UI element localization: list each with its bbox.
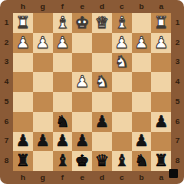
square-b6[interactable] (132, 112, 152, 132)
square-g8[interactable] (33, 151, 53, 171)
square-c1[interactable]: ♝ (112, 13, 132, 33)
square-h4[interactable] (13, 72, 33, 92)
piece-white-pawn[interactable]: ♟ (16, 34, 30, 50)
piece-black-rook[interactable]: ♜ (154, 153, 168, 169)
file-label-b: b (132, 0, 152, 13)
square-e4[interactable]: ♟ (72, 72, 92, 92)
file-label-e: e (72, 0, 92, 13)
square-f5[interactable] (53, 92, 73, 112)
piece-white-bishop[interactable]: ♝ (114, 14, 128, 30)
square-g4[interactable] (33, 72, 53, 92)
piece-white-bishop[interactable]: ♝ (55, 14, 69, 30)
piece-white-pawn[interactable]: ♟ (75, 74, 89, 90)
file-label-b: b (132, 171, 152, 184)
square-e2[interactable] (72, 33, 92, 53)
rank-label-5: 5 (0, 92, 13, 112)
rank-label-6: 6 (171, 112, 184, 132)
square-f3[interactable] (53, 53, 73, 73)
square-e6[interactable] (72, 112, 92, 132)
rank-label-3: 3 (171, 53, 184, 73)
rank-label-7: 7 (0, 132, 13, 152)
square-e1[interactable]: ♚ (72, 13, 92, 33)
square-a2[interactable]: ♟ (151, 33, 171, 53)
turn-indicator (169, 169, 178, 178)
file-label-h: h (13, 0, 33, 13)
square-f2[interactable]: ♟ (53, 33, 73, 53)
square-h8[interactable]: ♜ (13, 151, 33, 171)
files-bottom: hgfedcba (13, 171, 171, 184)
square-b8[interactable]: ♞ (132, 151, 152, 171)
rank-label-7: 7 (171, 132, 184, 152)
square-c3[interactable]: ♞ (112, 53, 132, 73)
square-b5[interactable] (132, 92, 152, 112)
square-f1[interactable]: ♝ (53, 13, 73, 33)
square-a7[interactable] (151, 132, 171, 152)
square-b1[interactable] (132, 13, 152, 33)
square-a4[interactable] (151, 72, 171, 92)
piece-black-queen[interactable]: ♛ (95, 153, 109, 169)
square-b7[interactable]: ♟ (132, 132, 152, 152)
square-c8[interactable]: ♝ (112, 151, 132, 171)
square-e8[interactable]: ♚ (72, 151, 92, 171)
piece-black-pawn[interactable]: ♟ (16, 133, 30, 149)
square-g2[interactable]: ♟ (33, 33, 53, 53)
piece-white-queen[interactable]: ♛ (95, 14, 109, 30)
piece-white-rook[interactable]: ♜ (154, 14, 168, 30)
file-label-d: d (92, 171, 112, 184)
square-g3[interactable] (33, 53, 53, 73)
rank-label-5: 5 (171, 92, 184, 112)
square-a8[interactable]: ♜ (151, 151, 171, 171)
piece-black-knight[interactable]: ♞ (55, 113, 69, 129)
file-label-d: d (92, 0, 112, 13)
rank-label-2: 2 (171, 33, 184, 53)
square-d8[interactable]: ♛ (92, 151, 112, 171)
file-label-c: c (112, 0, 132, 13)
square-g7[interactable]: ♟ (33, 132, 53, 152)
square-c2[interactable]: ♟ (112, 33, 132, 53)
square-g5[interactable] (33, 92, 53, 112)
piece-black-rook[interactable]: ♜ (16, 153, 30, 169)
square-d2[interactable] (92, 33, 112, 53)
rank-label-6: 6 (0, 112, 13, 132)
square-f6[interactable]: ♞ (53, 112, 73, 132)
piece-white-pawn[interactable]: ♟ (114, 34, 128, 50)
square-g1[interactable] (33, 13, 53, 33)
rank-label-4: 4 (0, 72, 13, 92)
square-f8[interactable]: ♝ (53, 151, 73, 171)
ranks-left: 12345678 (0, 13, 13, 171)
square-h3[interactable] (13, 53, 33, 73)
ranks-right: 12345678 (171, 13, 184, 171)
rank-label-8: 8 (0, 151, 13, 171)
square-c7[interactable] (112, 132, 132, 152)
piece-black-bishop[interactable]: ♝ (55, 153, 69, 169)
piece-black-pawn[interactable]: ♟ (35, 133, 49, 149)
square-a3[interactable] (151, 53, 171, 73)
piece-black-bishop[interactable]: ♝ (114, 153, 128, 169)
file-label-f: f (53, 0, 73, 13)
square-e3[interactable] (72, 53, 92, 73)
piece-white-knight[interactable]: ♞ (95, 74, 109, 90)
square-b3[interactable] (132, 53, 152, 73)
file-label-e: e (72, 171, 92, 184)
piece-white-rook[interactable]: ♜ (16, 14, 30, 30)
square-h5[interactable] (13, 92, 33, 112)
piece-white-pawn[interactable]: ♟ (55, 34, 69, 50)
piece-black-pawn[interactable]: ♟ (154, 113, 168, 129)
square-d6[interactable]: ♟ (92, 112, 112, 132)
rank-label-3: 3 (0, 53, 13, 73)
file-label-c: c (112, 171, 132, 184)
piece-white-pawn[interactable]: ♟ (154, 34, 168, 50)
square-d7[interactable] (92, 132, 112, 152)
piece-white-pawn[interactable]: ♟ (134, 34, 148, 50)
square-h2[interactable]: ♟ (13, 33, 33, 53)
piece-black-pawn[interactable]: ♟ (95, 113, 109, 129)
square-h7[interactable]: ♟ (13, 132, 33, 152)
square-c5[interactable] (112, 92, 132, 112)
square-b4[interactable] (132, 72, 152, 92)
rank-label-4: 4 (171, 72, 184, 92)
square-b2[interactable]: ♟ (132, 33, 152, 53)
square-d3[interactable] (92, 53, 112, 73)
square-d4[interactable]: ♞ (92, 72, 112, 92)
files-top: hgfedcba (13, 0, 171, 13)
square-e7[interactable]: ♟ (72, 132, 92, 152)
square-d5[interactable] (92, 92, 112, 112)
piece-white-knight[interactable]: ♞ (114, 54, 128, 70)
square-e5[interactable] (72, 92, 92, 112)
rank-label-1: 1 (0, 13, 13, 33)
piece-white-king[interactable]: ♚ (75, 14, 89, 30)
chess-diagram: hgfedcba 12345678 12345678 hgfedcba ♜♝♚♛… (0, 0, 184, 184)
file-label-h: h (13, 171, 33, 184)
square-c6[interactable] (112, 112, 132, 132)
file-label-a: a (151, 0, 171, 13)
square-d1[interactable]: ♛ (92, 13, 112, 33)
piece-black-pawn[interactable]: ♟ (55, 133, 69, 149)
square-h1[interactable]: ♜ (13, 13, 33, 33)
file-label-g: g (33, 0, 53, 13)
piece-white-pawn[interactable]: ♟ (35, 34, 49, 50)
rank-label-2: 2 (0, 33, 13, 53)
rank-label-1: 1 (171, 13, 184, 33)
piece-black-pawn[interactable]: ♟ (134, 133, 148, 149)
square-h6[interactable] (13, 112, 33, 132)
square-c4[interactable] (112, 72, 132, 92)
square-f7[interactable]: ♟ (53, 132, 73, 152)
piece-black-king[interactable]: ♚ (75, 153, 89, 169)
square-f4[interactable] (53, 72, 73, 92)
piece-black-pawn[interactable]: ♟ (75, 133, 89, 149)
square-g6[interactable] (33, 112, 53, 132)
piece-black-knight[interactable]: ♞ (134, 153, 148, 169)
square-a1[interactable]: ♜ (151, 13, 171, 33)
board: ♜♝♚♛♝♜♟♟♟♟♟♟♞♟♞♞♟♟♟♟♟♟♟♜♝♚♛♝♞♜ (13, 13, 171, 171)
square-a5[interactable] (151, 92, 171, 112)
file-label-g: g (33, 171, 53, 184)
square-a6[interactable]: ♟ (151, 112, 171, 132)
file-label-f: f (53, 171, 73, 184)
